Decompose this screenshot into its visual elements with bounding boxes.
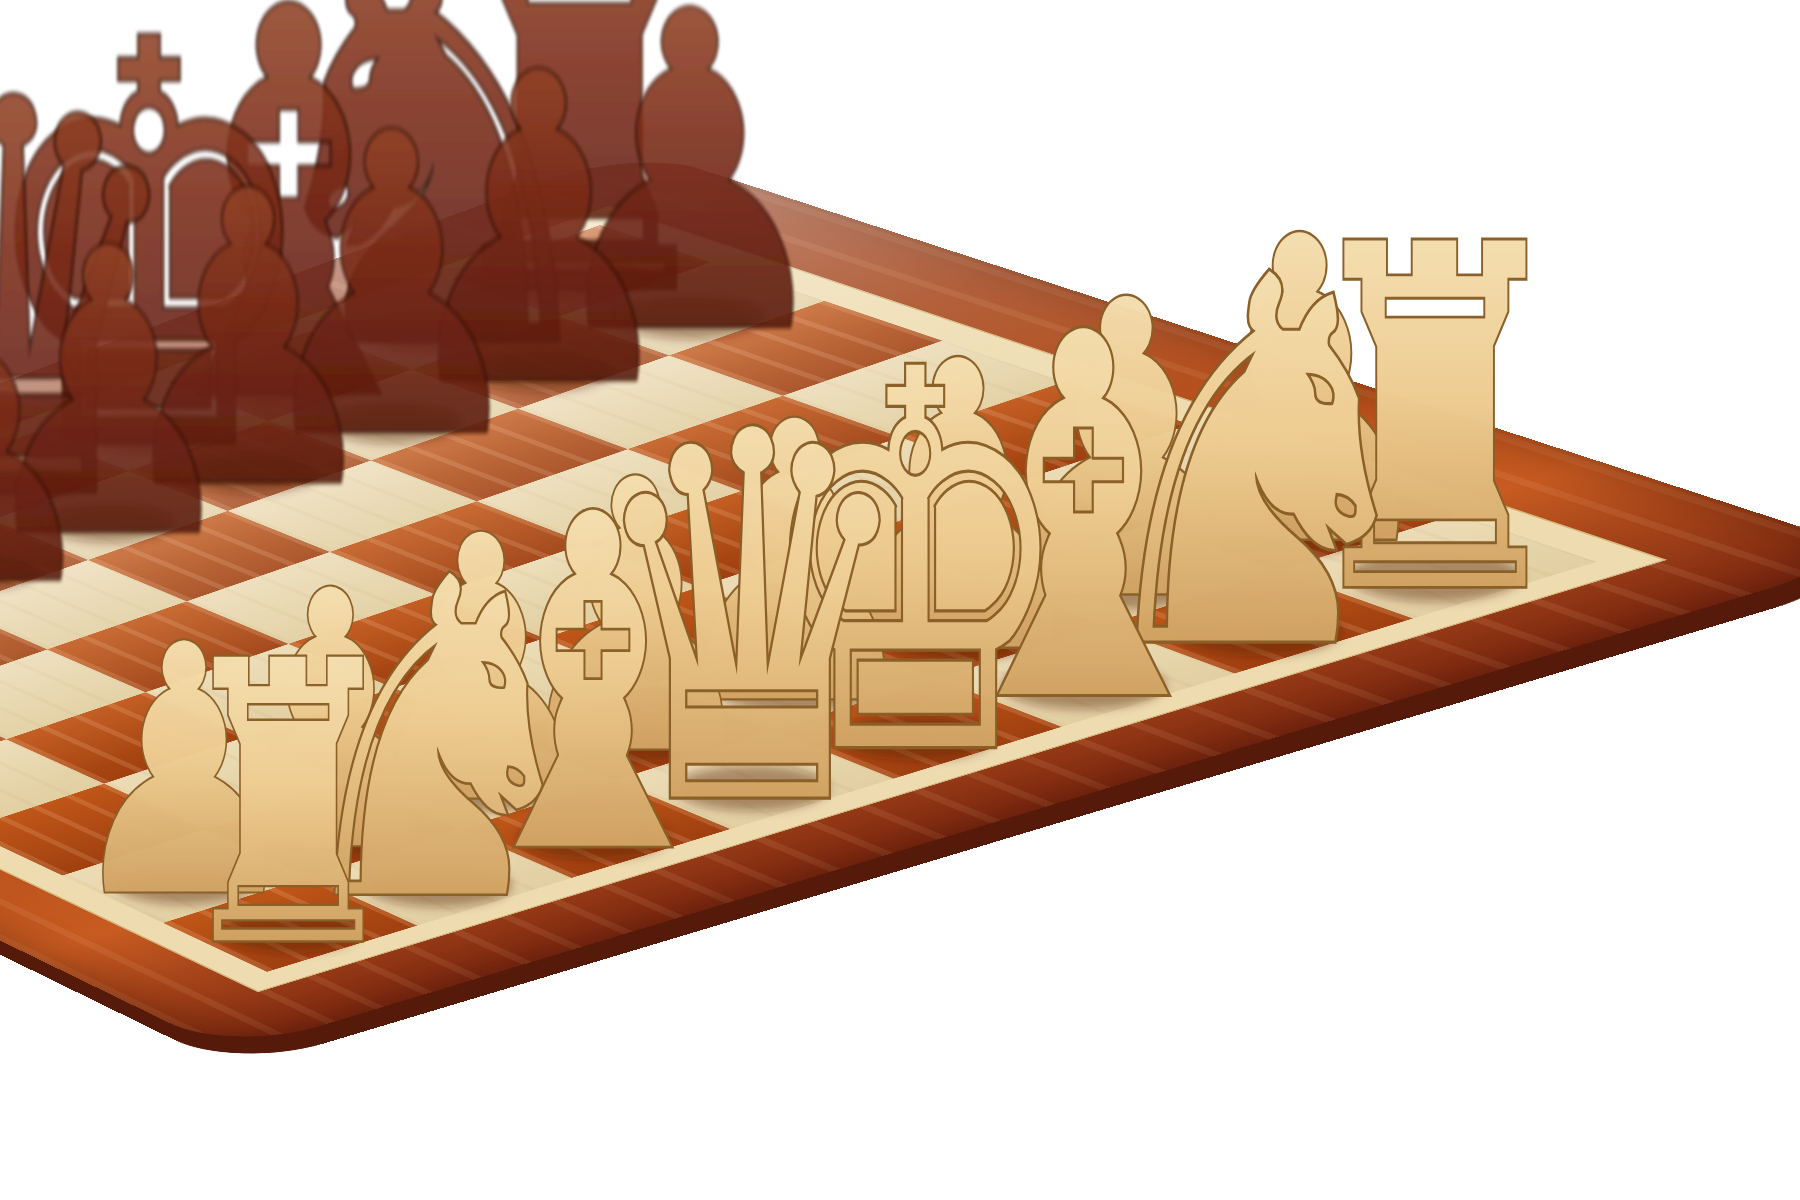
chess-set-photo-scene: ♜♟♞♟♝♟♚♟♛♟♟♝♟♜♞♟♟♜♞♟♟♝♟♚♟♛♟♝♟♟♞♜	[0, 0, 1800, 1200]
chess-pieces-layer: ♜♟♞♟♝♟♚♟♛♟♟♝♟♜♞♟♟♜♞♟♟♝♟♚♟♛♟♝♟♟♞♜	[0, 0, 1800, 1200]
piece-white-rook-a1: ♜	[170, 580, 407, 1031]
